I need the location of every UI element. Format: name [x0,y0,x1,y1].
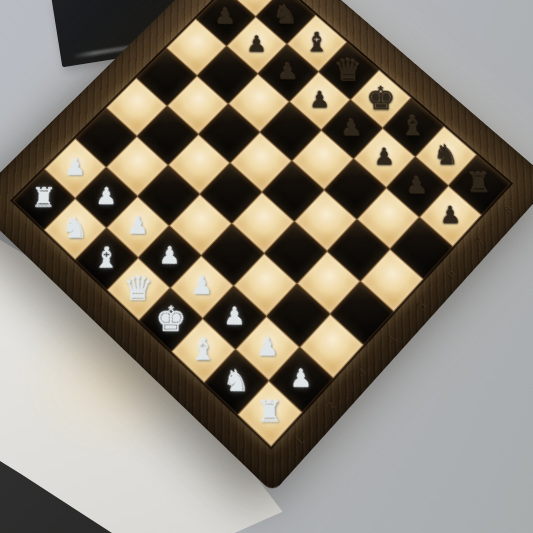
black-king: ♚ [366,82,397,114]
black-pawn: ♟ [278,61,299,83]
white-pawn: ♟ [256,335,278,360]
white-pawn: ♟ [191,274,213,298]
black-knight: ♞ [273,2,298,28]
white-pawn: ♟ [223,304,245,329]
black-pawn: ♟ [309,89,330,112]
white-bishop: ♝ [190,334,217,364]
white-pawn: ♟ [95,185,117,208]
black-pawn: ♟ [341,117,363,140]
white-rook: ♜ [31,185,57,212]
black-pawn: ♟ [246,33,267,55]
black-knight: ♞ [433,141,460,169]
white-queen: ♛ [123,271,154,304]
white-pawn: ♟ [64,156,86,179]
white-rook: ♜ [257,398,283,428]
black-rook: ♜ [466,170,492,197]
black-pawn: ♟ [373,145,395,168]
black-queen: ♛ [334,54,363,85]
white-pawn: ♟ [290,366,313,391]
white-king: ♚ [155,301,187,336]
black-pawn: ♟ [439,203,462,227]
black-pawn: ♟ [406,174,428,197]
white-bishop: ♝ [93,243,120,272]
white-pawn: ♟ [159,244,181,268]
black-pawn: ♟ [215,6,236,28]
white-knight: ♞ [62,214,89,243]
black-bishop: ♝ [400,112,427,140]
white-knight: ♞ [223,366,250,396]
white-pawn: ♟ [127,214,149,238]
black-bishop: ♝ [304,29,330,56]
